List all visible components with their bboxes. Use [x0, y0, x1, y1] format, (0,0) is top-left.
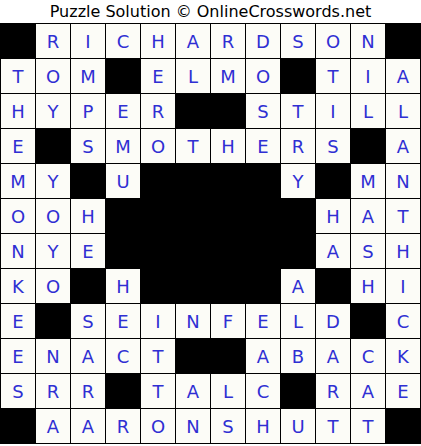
letter-cell: N	[176, 304, 210, 338]
block-cell	[176, 234, 210, 268]
letter-cell: E	[141, 59, 175, 93]
block-cell	[106, 59, 140, 93]
letter-cell: F	[211, 304, 245, 338]
letter-cell: R	[211, 24, 245, 58]
block-cell	[71, 269, 105, 303]
letter-cell: A	[176, 374, 210, 408]
letter-cell: M	[71, 59, 105, 93]
letter-cell: K	[386, 339, 420, 373]
letter-cell: E	[1, 129, 35, 163]
letter-cell: P	[71, 94, 105, 128]
block-cell	[211, 269, 245, 303]
letter-cell: H	[211, 129, 245, 163]
letter-cell: N	[176, 409, 210, 443]
block-cell	[141, 269, 175, 303]
letter-cell: T	[351, 409, 385, 443]
letter-cell: H	[386, 234, 420, 268]
block-cell	[351, 129, 385, 163]
letter-cell: A	[351, 374, 385, 408]
block-cell	[246, 164, 280, 198]
letter-cell: A	[316, 339, 350, 373]
letter-cell: N	[386, 164, 420, 198]
letter-cell: T	[281, 94, 315, 128]
block-cell	[176, 164, 210, 198]
letter-cell: Y	[281, 164, 315, 198]
letter-cell: A	[316, 234, 350, 268]
letter-cell: L	[176, 59, 210, 93]
block-cell	[1, 24, 35, 58]
letter-cell: O	[316, 24, 350, 58]
puzzle-solution-page: Puzzle Solution © OnlineCrosswords.net R…	[0, 0, 421, 446]
letter-cell: T	[316, 409, 350, 443]
letter-cell: E	[1, 339, 35, 373]
letter-cell: E	[106, 304, 140, 338]
block-cell	[1, 409, 35, 443]
letter-cell: A	[281, 269, 315, 303]
letter-cell: R	[71, 374, 105, 408]
letter-cell: I	[141, 304, 175, 338]
puzzle-title: Puzzle Solution © OnlineCrosswords.net	[0, 0, 421, 23]
block-cell	[281, 234, 315, 268]
letter-cell: T	[386, 199, 420, 233]
letter-cell: S	[281, 24, 315, 58]
block-cell	[211, 339, 245, 373]
letter-cell: L	[281, 304, 315, 338]
letter-cell: H	[1, 94, 35, 128]
block-cell	[316, 269, 350, 303]
letter-cell: I	[386, 269, 420, 303]
letter-cell: U	[281, 409, 315, 443]
letter-cell: Y	[36, 164, 70, 198]
block-cell	[141, 164, 175, 198]
letter-cell: L	[351, 94, 385, 128]
letter-cell: R	[141, 94, 175, 128]
letter-cell: T	[316, 59, 350, 93]
block-cell	[211, 164, 245, 198]
block-cell	[106, 199, 140, 233]
letter-cell: K	[1, 269, 35, 303]
letter-cell: E	[71, 234, 105, 268]
letter-cell: N	[36, 339, 70, 373]
letter-cell: N	[351, 24, 385, 58]
letter-cell: M	[351, 164, 385, 198]
letter-cell: E	[386, 374, 420, 408]
crossword-grid: RICHARDSONTOMELMOTIAHYPERSTILLESMOTHERSA…	[0, 23, 421, 444]
block-cell	[106, 234, 140, 268]
letter-cell: I	[316, 94, 350, 128]
letter-cell: E	[1, 304, 35, 338]
letter-cell: S	[316, 129, 350, 163]
letter-cell: T	[141, 339, 175, 373]
letter-cell: H	[141, 24, 175, 58]
letter-cell: A	[71, 339, 105, 373]
letter-cell: L	[386, 94, 420, 128]
block-cell	[281, 59, 315, 93]
letter-cell: S	[351, 234, 385, 268]
letter-cell: E	[246, 129, 280, 163]
letter-cell: O	[1, 199, 35, 233]
block-cell	[106, 374, 140, 408]
letter-cell: O	[36, 269, 70, 303]
letter-cell: R	[36, 374, 70, 408]
letter-cell: R	[281, 129, 315, 163]
letter-cell: R	[106, 409, 140, 443]
letter-cell: E	[106, 94, 140, 128]
letter-cell: L	[211, 374, 245, 408]
block-cell	[141, 199, 175, 233]
letter-cell: O	[141, 129, 175, 163]
block-cell	[176, 199, 210, 233]
letter-cell: H	[351, 269, 385, 303]
block-cell	[386, 24, 420, 58]
letter-cell: D	[246, 24, 280, 58]
block-cell	[71, 164, 105, 198]
letter-cell: C	[246, 374, 280, 408]
letter-cell: S	[211, 409, 245, 443]
letter-cell: H	[246, 409, 280, 443]
letter-cell: C	[351, 339, 385, 373]
block-cell	[176, 269, 210, 303]
letter-cell: C	[106, 339, 140, 373]
block-cell	[386, 409, 420, 443]
letter-cell: A	[246, 339, 280, 373]
block-cell	[351, 304, 385, 338]
letter-cell: A	[386, 129, 420, 163]
letter-cell: I	[71, 24, 105, 58]
letter-cell: H	[316, 199, 350, 233]
block-cell	[316, 164, 350, 198]
block-cell	[211, 199, 245, 233]
block-cell	[36, 129, 70, 163]
block-cell	[176, 339, 210, 373]
block-cell	[211, 234, 245, 268]
letter-cell: E	[246, 304, 280, 338]
letter-cell: S	[246, 94, 280, 128]
letter-cell: M	[1, 164, 35, 198]
letter-cell: A	[176, 24, 210, 58]
letter-cell: T	[1, 59, 35, 93]
block-cell	[281, 374, 315, 408]
letter-cell: A	[71, 409, 105, 443]
block-cell	[176, 94, 210, 128]
letter-cell: O	[36, 199, 70, 233]
letter-cell: M	[211, 59, 245, 93]
letter-cell: A	[386, 59, 420, 93]
letter-cell: N	[1, 234, 35, 268]
letter-cell: O	[246, 59, 280, 93]
letter-cell: R	[316, 374, 350, 408]
letter-cell: C	[106, 24, 140, 58]
block-cell	[246, 269, 280, 303]
letter-cell: O	[36, 59, 70, 93]
block-cell	[246, 234, 280, 268]
letter-cell: Y	[36, 234, 70, 268]
letter-cell: D	[316, 304, 350, 338]
letter-cell: S	[71, 129, 105, 163]
letter-cell: Y	[36, 94, 70, 128]
block-cell	[246, 199, 280, 233]
letter-cell: B	[281, 339, 315, 373]
letter-cell: S	[1, 374, 35, 408]
letter-cell: M	[106, 129, 140, 163]
block-cell	[36, 304, 70, 338]
block-cell	[141, 234, 175, 268]
block-cell	[211, 94, 245, 128]
letter-cell: H	[71, 199, 105, 233]
letter-cell: T	[176, 129, 210, 163]
letter-cell: R	[36, 24, 70, 58]
letter-cell: T	[141, 374, 175, 408]
letter-cell: S	[71, 304, 105, 338]
letter-cell: I	[351, 59, 385, 93]
letter-cell: A	[36, 409, 70, 443]
letter-cell: C	[386, 304, 420, 338]
letter-cell: A	[351, 199, 385, 233]
letter-cell: O	[141, 409, 175, 443]
block-cell	[281, 199, 315, 233]
letter-cell: U	[106, 164, 140, 198]
letter-cell: H	[106, 269, 140, 303]
